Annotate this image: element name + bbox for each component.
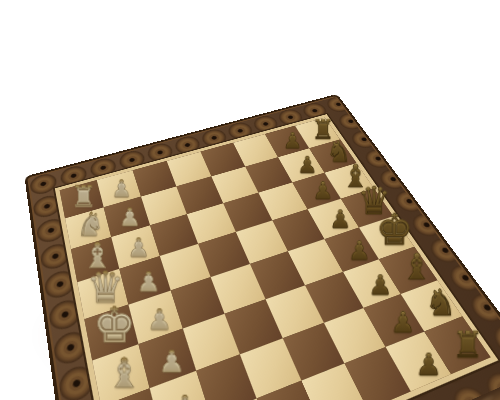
black-knight-icon: ♞ — [425, 285, 457, 322]
white-pawn-icon: ♟ — [127, 235, 150, 261]
chess-set-product-photo: ♜♟♟♜♞♟♟♞♝♟♟♝♛♟♟♛♚♟♟♚♝♟♟♝♞♟♟♞♜♟♟♜ — [0, 0, 500, 400]
black-king-icon: ♚ — [376, 208, 413, 251]
chessboard-grid: ♜♟♟♜♞♟♟♞♝♟♟♝♛♟♟♛♚♟♟♚♝♟♟♝♞♟♟♞♜♟♟♜ — [55, 114, 499, 400]
black-pawn-icon: ♟ — [390, 308, 415, 337]
black-pawn-icon: ♟ — [297, 153, 317, 176]
white-pawn-icon: ♟ — [171, 392, 199, 400]
white-pawn-icon: ♟ — [119, 204, 141, 229]
black-pawn-icon: ♟ — [415, 349, 442, 379]
black-pawn-icon: ♟ — [312, 179, 333, 203]
square-e6 — [288, 239, 343, 285]
black-bishop-icon: ♝ — [401, 249, 432, 285]
perspective-scene: ♜♟♟♜♞♟♟♞♝♟♟♝♛♟♟♛♚♟♟♚♝♟♟♝♞♟♟♞♜♟♟♜ — [0, 0, 500, 400]
square-g3 — [196, 354, 257, 400]
square-f5 — [265, 285, 323, 338]
white-pawn-icon: ♟ — [111, 177, 132, 201]
black-pawn-icon: ♟ — [347, 237, 370, 263]
white-pawn-icon: ♟ — [158, 346, 184, 376]
black-pawn-icon: ♟ — [329, 207, 351, 232]
carved-frame: ♜♟♟♜♞♟♟♞♝♟♟♝♛♟♟♛♚♟♟♚♝♟♟♝♞♟♟♞♜♟♟♜ — [24, 94, 500, 400]
black-pawn-icon: ♟ — [368, 271, 392, 298]
chess-box: ♜♟♟♜♞♟♟♞♝♟♟♝♛♟♟♛♚♟♟♚♝♟♟♝♞♟♟♞♜♟♟♜ — [24, 94, 500, 400]
white-bishop-icon: ♝ — [106, 353, 142, 394]
black-pawn-icon: ♟ — [282, 129, 301, 151]
white-king-icon: ♚ — [93, 301, 136, 350]
white-pawn-icon: ♟ — [136, 268, 160, 295]
black-rook-icon: ♜ — [452, 326, 484, 362]
square-f2: ♟ — [138, 328, 195, 387]
white-pawn-icon: ♟ — [147, 305, 172, 334]
